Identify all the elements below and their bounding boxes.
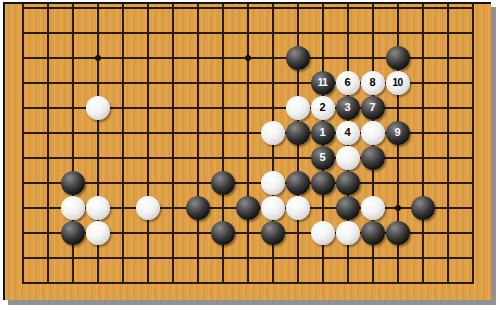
stone-black-P3 bbox=[361, 221, 385, 245]
stone-white-D4 bbox=[86, 196, 110, 220]
stone-black-P8-move-7: 7 bbox=[361, 96, 385, 120]
stone-black-N9-move-11: 11 bbox=[311, 71, 335, 95]
stone-black-N6-move-5: 5 bbox=[311, 146, 335, 170]
stone-white-N3 bbox=[311, 221, 335, 245]
stone-white-P7 bbox=[361, 121, 385, 145]
stone-black-J5 bbox=[211, 171, 235, 195]
stone-black-C3 bbox=[61, 221, 85, 245]
stone-white-P4 bbox=[361, 196, 385, 220]
stone-black-Q3 bbox=[386, 221, 410, 245]
stone-white-M4 bbox=[286, 196, 310, 220]
stone-white-O9-move-6: 6 bbox=[336, 71, 360, 95]
stone-black-K4 bbox=[236, 196, 260, 220]
stone-black-M5 bbox=[286, 171, 310, 195]
stone-white-D3 bbox=[86, 221, 110, 245]
stone-white-O3 bbox=[336, 221, 360, 245]
stone-black-O4 bbox=[336, 196, 360, 220]
stone-black-N7-move-1: 1 bbox=[311, 121, 335, 145]
stone-white-L5 bbox=[261, 171, 285, 195]
stone-black-R4 bbox=[411, 196, 435, 220]
stone-black-O8-move-3: 3 bbox=[336, 96, 360, 120]
stone-white-M8 bbox=[286, 96, 310, 120]
stone-white-P9-move-8: 8 bbox=[361, 71, 385, 95]
stone-black-H4 bbox=[186, 196, 210, 220]
go-board: 1168102371495 bbox=[3, 2, 491, 300]
stone-black-N5 bbox=[311, 171, 335, 195]
stone-black-P6 bbox=[361, 146, 385, 170]
stone-white-D8 bbox=[86, 96, 110, 120]
stone-white-F4 bbox=[136, 196, 160, 220]
stone-white-O7-move-4: 4 bbox=[336, 121, 360, 145]
stone-white-C4 bbox=[61, 196, 85, 220]
stone-black-J3 bbox=[211, 221, 235, 245]
stone-white-O6 bbox=[336, 146, 360, 170]
stone-white-L4 bbox=[261, 196, 285, 220]
stone-black-C5 bbox=[61, 171, 85, 195]
stone-black-M10 bbox=[286, 46, 310, 70]
stone-white-L7 bbox=[261, 121, 285, 145]
stone-black-Q10 bbox=[386, 46, 410, 70]
go-diagram: 1168102371495 bbox=[0, 0, 500, 310]
stones-layer: 1168102371495 bbox=[10, 0, 485, 295]
stone-white-N8-move-2: 2 bbox=[311, 96, 335, 120]
stone-black-M7 bbox=[286, 121, 310, 145]
stone-white-Q9-move-10: 10 bbox=[386, 71, 410, 95]
stone-black-L3 bbox=[261, 221, 285, 245]
stone-black-O5 bbox=[336, 171, 360, 195]
stone-black-Q7-move-9: 9 bbox=[386, 121, 410, 145]
